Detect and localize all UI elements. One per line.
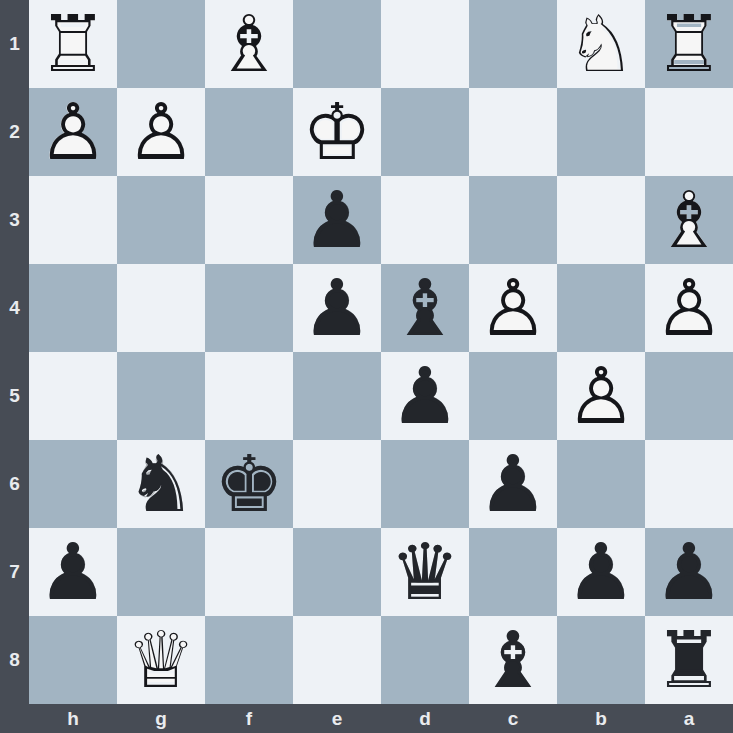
square-g1[interactable] <box>117 0 205 88</box>
square-b6[interactable] <box>557 440 645 528</box>
white-rook-h1: ♜♖ <box>29 0 117 88</box>
square-c4[interactable]: ♟♙ <box>469 264 557 352</box>
white-bishop-a3: ♝♗ <box>645 176 733 264</box>
square-d7[interactable]: ♛♕ <box>381 528 469 616</box>
white-bishop-glyph: ♝ <box>645 176 733 264</box>
white-rook-a1: ♜♖ <box>645 0 733 88</box>
white-knight-b1: ♞♘ <box>557 0 645 88</box>
square-h7[interactable]: ♟♙ <box>29 528 117 616</box>
square-f2[interactable] <box>205 88 293 176</box>
black-king-f6: ♚♔ <box>205 440 293 528</box>
black-pawn-e3: ♟♙ <box>293 176 381 264</box>
black-pawn-a7: ♟♙ <box>645 528 733 616</box>
file-label-g: g <box>117 704 205 733</box>
white-pawn-outline: ♙ <box>645 264 733 352</box>
file-label-h: h <box>29 704 117 733</box>
square-h1[interactable]: ♜♖ <box>29 0 117 88</box>
square-a1[interactable]: ♜♖ <box>645 0 733 88</box>
rank-label-2: 2 <box>0 88 29 176</box>
white-rook-glyph: ♜ <box>645 0 733 88</box>
square-d3[interactable] <box>381 176 469 264</box>
black-pawn-outline: ♙ <box>29 528 117 616</box>
white-knight-glyph: ♞ <box>557 0 645 88</box>
white-pawn-b5: ♟♙ <box>557 352 645 440</box>
square-b1[interactable]: ♞♘ <box>557 0 645 88</box>
square-d2[interactable] <box>381 88 469 176</box>
square-b2[interactable] <box>557 88 645 176</box>
black-pawn-h7: ♟♙ <box>29 528 117 616</box>
square-f4[interactable] <box>205 264 293 352</box>
square-f3[interactable] <box>205 176 293 264</box>
file-label-a: a <box>645 704 733 733</box>
white-pawn-glyph: ♟ <box>645 264 733 352</box>
square-a3[interactable]: ♝♗ <box>645 176 733 264</box>
white-pawn-g2: ♟♙ <box>117 88 205 176</box>
white-pawn-h2: ♟♙ <box>29 88 117 176</box>
square-c1[interactable] <box>469 0 557 88</box>
white-pawn-outline: ♙ <box>557 352 645 440</box>
white-queen-glyph: ♛ <box>117 616 205 704</box>
black-king-outline: ♔ <box>205 440 293 528</box>
black-bishop-d4: ♝♗ <box>381 264 469 352</box>
black-pawn-outline: ♙ <box>469 440 557 528</box>
square-g6[interactable]: ♞♘ <box>117 440 205 528</box>
square-b5[interactable]: ♟♙ <box>557 352 645 440</box>
square-d4[interactable]: ♝♗ <box>381 264 469 352</box>
square-c6[interactable]: ♟♙ <box>469 440 557 528</box>
white-king-e2: ♚♔ <box>293 88 381 176</box>
square-g3[interactable] <box>117 176 205 264</box>
board-grid: 1♜♖♝♗♞♘♜♖2♟♙♟♙♚♔3♟♙♝♗4♟♙♝♗♟♙♟♙5♟♙♟♙6♞♘♚♔… <box>0 0 733 733</box>
square-h3[interactable] <box>29 176 117 264</box>
white-rook-glyph: ♜ <box>29 0 117 88</box>
black-pawn-outline: ♙ <box>293 264 381 352</box>
black-pawn-glyph: ♟ <box>29 528 117 616</box>
black-pawn-d5: ♟♙ <box>381 352 469 440</box>
white-rook-outline: ♖ <box>29 0 117 88</box>
white-pawn-outline: ♙ <box>117 88 205 176</box>
square-e3[interactable]: ♟♙ <box>293 176 381 264</box>
black-queen-outline: ♕ <box>381 528 469 616</box>
file-label-e: e <box>293 704 381 733</box>
black-knight-g6: ♞♘ <box>117 440 205 528</box>
corner-cell <box>0 704 29 733</box>
white-pawn-glyph: ♟ <box>117 88 205 176</box>
white-pawn-glyph: ♟ <box>29 88 117 176</box>
black-bishop-glyph: ♝ <box>469 616 557 704</box>
rank-label-6: 6 <box>0 440 29 528</box>
square-h5[interactable] <box>29 352 117 440</box>
square-c7[interactable] <box>469 528 557 616</box>
white-rook-outline: ♖ <box>645 0 733 88</box>
file-label-f: f <box>205 704 293 733</box>
square-d8[interactable] <box>381 616 469 704</box>
black-knight-glyph: ♞ <box>117 440 205 528</box>
square-c5[interactable] <box>469 352 557 440</box>
square-d1[interactable] <box>381 0 469 88</box>
square-e4[interactable]: ♟♙ <box>293 264 381 352</box>
square-f7[interactable] <box>205 528 293 616</box>
square-e2[interactable]: ♚♔ <box>293 88 381 176</box>
square-g4[interactable] <box>117 264 205 352</box>
square-a8[interactable]: ♜♖ <box>645 616 733 704</box>
square-a7[interactable]: ♟♙ <box>645 528 733 616</box>
rank-label-4: 4 <box>0 264 29 352</box>
square-e7[interactable] <box>293 528 381 616</box>
rank-label-8: 8 <box>0 616 29 704</box>
black-pawn-glyph: ♟ <box>557 528 645 616</box>
black-bishop-outline: ♗ <box>469 616 557 704</box>
square-c3[interactable] <box>469 176 557 264</box>
square-h4[interactable] <box>29 264 117 352</box>
black-bishop-glyph: ♝ <box>381 264 469 352</box>
white-pawn-a4: ♟♙ <box>645 264 733 352</box>
chessboard: 1♜♖♝♗♞♘♜♖2♟♙♟♙♚♔3♟♙♝♗4♟♙♝♗♟♙♟♙5♟♙♟♙6♞♘♚♔… <box>0 0 733 733</box>
square-b7[interactable]: ♟♙ <box>557 528 645 616</box>
black-pawn-outline: ♙ <box>557 528 645 616</box>
square-g7[interactable] <box>117 528 205 616</box>
white-pawn-outline: ♙ <box>469 264 557 352</box>
black-bishop-c8: ♝♗ <box>469 616 557 704</box>
square-a5[interactable] <box>645 352 733 440</box>
black-pawn-glyph: ♟ <box>293 176 381 264</box>
white-pawn-outline: ♙ <box>29 88 117 176</box>
square-d5[interactable]: ♟♙ <box>381 352 469 440</box>
black-rook-a8: ♜♖ <box>645 616 733 704</box>
file-label-b: b <box>557 704 645 733</box>
black-pawn-outline: ♙ <box>293 176 381 264</box>
white-pawn-glyph: ♟ <box>469 264 557 352</box>
square-g8[interactable]: ♛♕ <box>117 616 205 704</box>
square-g2[interactable]: ♟♙ <box>117 88 205 176</box>
white-bishop-f1: ♝♗ <box>205 0 293 88</box>
black-pawn-glyph: ♟ <box>645 528 733 616</box>
square-d6[interactable] <box>381 440 469 528</box>
square-a2[interactable] <box>645 88 733 176</box>
rank-label-7: 7 <box>0 528 29 616</box>
square-c8[interactable]: ♝♗ <box>469 616 557 704</box>
square-e5[interactable] <box>293 352 381 440</box>
file-label-c: c <box>469 704 557 733</box>
black-queen-d7: ♛♕ <box>381 528 469 616</box>
black-pawn-glyph: ♟ <box>293 264 381 352</box>
square-h2[interactable]: ♟♙ <box>29 88 117 176</box>
square-a6[interactable] <box>645 440 733 528</box>
black-knight-outline: ♘ <box>117 440 205 528</box>
square-b8[interactable] <box>557 616 645 704</box>
white-king-outline: ♔ <box>293 88 381 176</box>
square-e6[interactable] <box>293 440 381 528</box>
black-bishop-outline: ♗ <box>381 264 469 352</box>
square-f1[interactable]: ♝♗ <box>205 0 293 88</box>
black-pawn-outline: ♙ <box>645 528 733 616</box>
black-rook-glyph: ♜ <box>645 616 733 704</box>
rank-label-1: 1 <box>0 0 29 88</box>
square-h8[interactable] <box>29 616 117 704</box>
square-f8[interactable] <box>205 616 293 704</box>
black-pawn-glyph: ♟ <box>381 352 469 440</box>
white-queen-outline: ♕ <box>117 616 205 704</box>
rank-label-5: 5 <box>0 352 29 440</box>
black-pawn-c6: ♟♙ <box>469 440 557 528</box>
square-h6[interactable] <box>29 440 117 528</box>
black-pawn-glyph: ♟ <box>469 440 557 528</box>
square-e8[interactable] <box>293 616 381 704</box>
white-bishop-outline: ♗ <box>205 0 293 88</box>
square-b3[interactable] <box>557 176 645 264</box>
white-bishop-outline: ♗ <box>645 176 733 264</box>
white-king-glyph: ♚ <box>293 88 381 176</box>
white-queen-g8: ♛♕ <box>117 616 205 704</box>
square-f5[interactable] <box>205 352 293 440</box>
square-e1[interactable] <box>293 0 381 88</box>
black-queen-glyph: ♛ <box>381 528 469 616</box>
white-knight-outline: ♘ <box>557 0 645 88</box>
white-pawn-glyph: ♟ <box>557 352 645 440</box>
white-bishop-glyph: ♝ <box>205 0 293 88</box>
black-pawn-b7: ♟♙ <box>557 528 645 616</box>
square-g5[interactable] <box>117 352 205 440</box>
square-c2[interactable] <box>469 88 557 176</box>
black-pawn-e4: ♟♙ <box>293 264 381 352</box>
square-f6[interactable]: ♚♔ <box>205 440 293 528</box>
black-rook-outline: ♖ <box>645 616 733 704</box>
square-a4[interactable]: ♟♙ <box>645 264 733 352</box>
rank-label-3: 3 <box>0 176 29 264</box>
file-label-d: d <box>381 704 469 733</box>
black-pawn-outline: ♙ <box>381 352 469 440</box>
white-pawn-c4: ♟♙ <box>469 264 557 352</box>
black-king-glyph: ♚ <box>205 440 293 528</box>
square-b4[interactable] <box>557 264 645 352</box>
